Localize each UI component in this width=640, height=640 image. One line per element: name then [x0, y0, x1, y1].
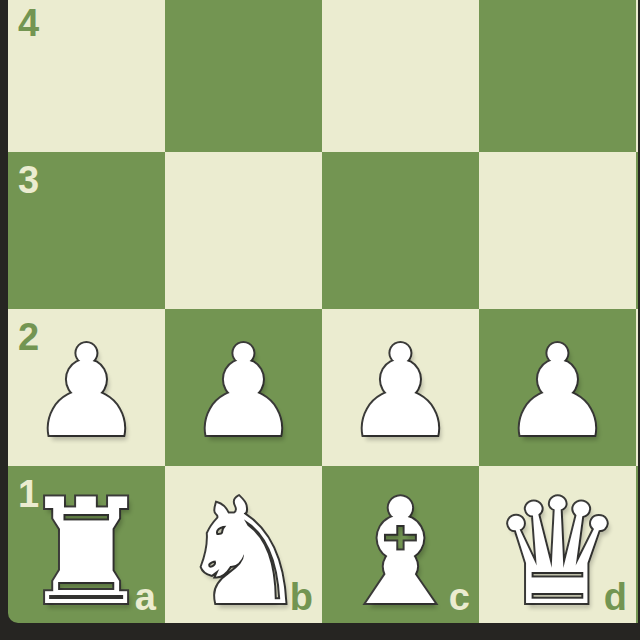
file-label-c: c — [449, 578, 470, 616]
chess-board: 4 3 2 ♟ ♟ ♟ ♟ 1 ♜ a — [8, 0, 638, 623]
file-label-d: d — [604, 578, 627, 616]
piece-white-pawn-d2[interactable]: ♟ — [479, 313, 636, 470]
square-d3[interactable] — [479, 152, 636, 309]
square-b4[interactable] — [165, 0, 322, 152]
square-b1[interactable]: ♞ b — [165, 466, 322, 623]
piece-white-pawn-b2[interactable]: ♟ — [165, 313, 322, 470]
rank-label-4: 4 — [18, 4, 39, 42]
app-background: 4 3 2 ♟ ♟ ♟ ♟ 1 ♜ a — [0, 0, 640, 640]
square-c1[interactable]: ♝ c — [322, 466, 479, 623]
square-a3[interactable]: 3 — [8, 152, 165, 309]
file-label-a: a — [135, 578, 156, 616]
square-d2[interactable]: ♟ — [479, 309, 636, 466]
piece-white-pawn-a2[interactable]: ♟ — [8, 313, 165, 470]
square-a2[interactable]: 2 ♟ — [8, 309, 165, 466]
square-d4[interactable] — [479, 0, 636, 152]
square-d1[interactable]: ♛ d — [479, 466, 636, 623]
file-label-b: b — [290, 578, 313, 616]
rank-label-3: 3 — [18, 161, 39, 199]
square-c2[interactable]: ♟ — [322, 309, 479, 466]
piece-white-pawn-c2[interactable]: ♟ — [322, 313, 479, 470]
square-a1[interactable]: 1 ♜ a — [8, 466, 165, 623]
square-c4[interactable] — [322, 0, 479, 152]
square-a4[interactable]: 4 — [8, 0, 165, 152]
square-b2[interactable]: ♟ — [165, 309, 322, 466]
square-c3[interactable] — [322, 152, 479, 309]
square-b3[interactable] — [165, 152, 322, 309]
